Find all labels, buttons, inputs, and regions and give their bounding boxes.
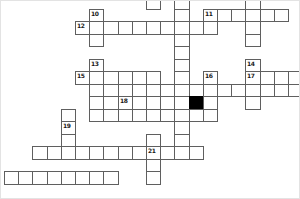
cell-r14-c2[interactable] xyxy=(32,171,48,185)
cell-r14-c0[interactable] xyxy=(4,171,19,185)
cell-r9-c14[interactable] xyxy=(203,109,218,122)
cell-r1-c15[interactable] xyxy=(217,9,232,22)
cell-r1-c16[interactable] xyxy=(231,9,246,22)
cell-r12-c7[interactable] xyxy=(103,146,119,160)
clue-number-18: 18 xyxy=(120,97,127,104)
cell-r6-c18[interactable] xyxy=(260,71,275,85)
cell-r2-c7[interactable] xyxy=(103,21,119,35)
cell-r8-c7[interactable] xyxy=(103,96,119,110)
cell-r8-c9[interactable] xyxy=(132,96,147,110)
clue-number-17: 17 xyxy=(247,72,254,79)
cell-r6-c9[interactable] xyxy=(132,71,147,85)
cell-r2-c8[interactable] xyxy=(118,21,133,35)
cell-r14-c5[interactable] xyxy=(75,171,90,185)
crossword-board: 1011121314151617181921 xyxy=(1,1,300,199)
clue-number-19: 19 xyxy=(63,122,70,129)
cell-r6-c14[interactable]: 16 xyxy=(203,71,218,85)
cell-r7-c15[interactable] xyxy=(217,84,232,97)
cell-r9-c7[interactable] xyxy=(103,109,119,122)
cell-r6-c5[interactable]: 15 xyxy=(75,71,90,85)
cell-r10-c4[interactable]: 19 xyxy=(61,121,76,135)
cell-r6-c6[interactable] xyxy=(89,71,104,85)
cell-r9-c6[interactable] xyxy=(89,109,104,122)
cell-r2-c13[interactable] xyxy=(189,21,204,35)
cell-r8-c14[interactable] xyxy=(203,96,218,110)
clue-number-14: 14 xyxy=(247,60,254,67)
cell-r3-c6[interactable] xyxy=(89,34,104,47)
cell-r14-c7[interactable] xyxy=(103,171,119,185)
cell-r2-c12[interactable] xyxy=(174,21,190,35)
cell-r6-c19[interactable] xyxy=(274,71,289,85)
clue-number-12: 12 xyxy=(77,22,84,29)
cell-r9-c13[interactable] xyxy=(189,109,204,122)
cell-r0-c10[interactable] xyxy=(146,0,161,10)
cell-r14-c3[interactable] xyxy=(47,171,62,185)
cell-r9-c8[interactable] xyxy=(118,109,133,122)
cell-r2-c14[interactable] xyxy=(203,21,218,35)
clue-number-16: 16 xyxy=(205,72,212,79)
cell-r8-c8[interactable]: 18 xyxy=(118,96,133,110)
cell-r12-c11[interactable] xyxy=(160,146,175,160)
cell-r2-c17[interactable] xyxy=(245,21,261,35)
cell-r9-c9[interactable] xyxy=(132,109,147,122)
cell-r7-c16[interactable] xyxy=(231,84,246,97)
cell-r9-c10[interactable] xyxy=(146,109,161,122)
cell-r12-c4[interactable] xyxy=(61,146,76,160)
cell-r8-c12[interactable] xyxy=(174,96,190,110)
cell-r7-c20[interactable] xyxy=(288,84,300,97)
cell-r2-c11[interactable] xyxy=(160,21,175,35)
cell-r14-c10[interactable] xyxy=(146,171,161,185)
cell-r8-c11[interactable] xyxy=(160,96,175,110)
cell-r12-c3[interactable] xyxy=(47,146,62,160)
cell-r6-c10[interactable] xyxy=(146,71,161,85)
cell-r14-c4[interactable] xyxy=(61,171,76,185)
cell-r12-c10[interactable]: 21 xyxy=(146,146,161,160)
cell-r14-c1[interactable] xyxy=(18,171,33,185)
cell-r12-c13[interactable] xyxy=(189,146,204,160)
clue-number-15: 15 xyxy=(77,72,84,79)
cell-r8-c10[interactable] xyxy=(146,96,161,110)
cell-r12-c9[interactable] xyxy=(132,146,147,160)
cell-r12-c5[interactable] xyxy=(75,146,90,160)
cell-r8-c6[interactable] xyxy=(89,96,104,110)
cell-r7-c18[interactable] xyxy=(260,84,275,97)
cell-r6-c8[interactable] xyxy=(118,71,133,85)
clue-number-13: 13 xyxy=(91,60,98,67)
cell-r9-c11[interactable] xyxy=(160,109,175,122)
cell-r12-c8[interactable] xyxy=(118,146,133,160)
cell-r4-c12[interactable] xyxy=(174,46,190,60)
cell-r2-c6[interactable] xyxy=(89,21,104,35)
cell-r6-c7[interactable] xyxy=(103,71,119,85)
cell-r10-c12[interactable] xyxy=(174,121,190,135)
clue-number-21: 21 xyxy=(148,147,155,154)
clue-number-10: 10 xyxy=(91,10,98,17)
cell-r8-c17[interactable] xyxy=(245,96,261,110)
cell-r1-c19[interactable] xyxy=(274,9,289,22)
cell-r1-c18[interactable] xyxy=(260,9,275,22)
cell-r12-c6[interactable] xyxy=(89,146,104,160)
cell-r2-c5[interactable]: 12 xyxy=(75,21,90,35)
cell-r3-c17[interactable] xyxy=(245,34,261,47)
cell-r14-c6[interactable] xyxy=(89,171,104,185)
cell-r6-c12[interactable] xyxy=(174,71,190,85)
cell-r6-c17[interactable]: 17 xyxy=(245,71,261,85)
cell-r2-c9[interactable] xyxy=(132,21,147,35)
blocked-cell xyxy=(189,96,204,110)
cell-r2-c10[interactable] xyxy=(146,21,161,35)
cell-r12-c2[interactable] xyxy=(32,146,48,160)
cell-r7-c19[interactable] xyxy=(274,84,289,97)
clue-number-11: 11 xyxy=(205,10,212,17)
cell-r12-c12[interactable] xyxy=(174,146,190,160)
cell-r6-c20[interactable] xyxy=(288,71,300,85)
crossword-screenshot: 1011121314151617181921 xyxy=(0,0,300,199)
